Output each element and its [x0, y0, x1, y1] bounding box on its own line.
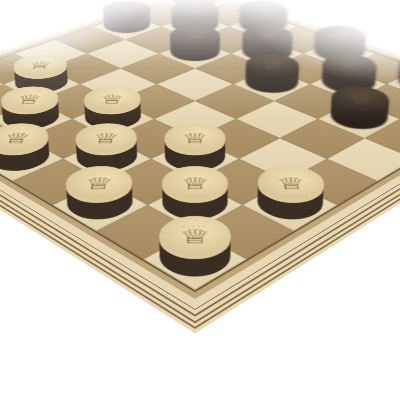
crown-icon: ♕: [180, 175, 210, 192]
crown-icon: ♕: [98, 93, 125, 105]
dark-checker-b6[interactable]: ·····♕: [319, 102, 398, 138]
crown-icon: ♕: [26, 60, 53, 71]
square-a3[interactable]: ·····♕: [242, 181, 337, 231]
crown-engraving: ·····♕: [83, 173, 115, 191]
crown-icon: ♕: [346, 93, 375, 105]
crown-engraving: ·····♕: [181, 129, 209, 145]
crown-engraving: ·····♕: [1, 129, 33, 145]
crown-icon: ♕: [83, 175, 115, 192]
crown-icon: ♕: [275, 175, 307, 192]
crown-icon: ♕: [1, 131, 33, 145]
crown-engraving: ·····♕: [184, 4, 205, 13]
crown-icon: ♕: [179, 226, 211, 246]
crown-engraving: ·····♕: [256, 30, 280, 41]
crown-engraving: ·····♕: [115, 4, 137, 13]
crown-engraving: ·····♕: [15, 92, 45, 106]
crown-icon: ♕: [15, 93, 44, 105]
board-face: ·····♕·····♕·····♕·····♕·····♕·····♕····…: [0, 0, 400, 309]
crown-icon: ♕: [260, 60, 285, 71]
crown-engraving: ·····♕: [180, 173, 210, 191]
crown-icon: ♕: [336, 60, 363, 71]
crown-engraving: ·····♕: [184, 30, 206, 41]
crown-engraving: ·····♕: [346, 92, 376, 106]
light-checker-a3[interactable]: ·····♕: [244, 182, 336, 230]
crown-icon: ♕: [328, 31, 353, 41]
crown-engraving: ·····♕: [336, 59, 363, 71]
crown-engraving: ·····♕: [179, 224, 211, 246]
light-checker-a1[interactable]: ·····♕: [145, 232, 244, 289]
crown-icon: ♕: [256, 31, 280, 41]
crown-icon: ♕: [184, 31, 206, 41]
crown-engraving: ·····♕: [252, 4, 274, 13]
crown-engraving: ·····♕: [26, 59, 53, 71]
crown-engraving: ·····♕: [98, 92, 125, 106]
checkers-product-photo: ·····♕·····♕·····♕·····♕·····♕·····♕····…: [0, 0, 400, 400]
crown-engraving: ·····♕: [328, 30, 354, 41]
crown-icon: ♕: [91, 131, 120, 145]
crown-icon: ♕: [115, 5, 137, 13]
crown-icon: ♕: [184, 5, 205, 13]
crown-icon: ♕: [253, 5, 275, 13]
crown-engraving: ·····♕: [275, 173, 307, 191]
crown-icon: ♕: [181, 131, 209, 145]
crown-engraving: ·····♕: [260, 59, 286, 71]
crown-engraving: ·····♕: [91, 129, 121, 145]
square-a1[interactable]: ·····♕: [143, 231, 246, 290]
